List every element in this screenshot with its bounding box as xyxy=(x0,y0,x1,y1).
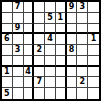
cell-r4c1[interactable]: 6 xyxy=(2,34,13,45)
cell-r8c9[interactable] xyxy=(88,77,99,88)
given-digit: 5 xyxy=(47,14,53,22)
given-digit: 1 xyxy=(4,68,10,76)
cell-r3c6[interactable] xyxy=(56,24,67,35)
given-digit: 2 xyxy=(80,78,86,86)
cell-r6c6[interactable] xyxy=(56,56,67,67)
cell-r5c9[interactable] xyxy=(88,45,99,56)
cell-r3c3[interactable] xyxy=(24,24,35,35)
cell-r7c7[interactable] xyxy=(67,67,78,78)
cell-r6c5[interactable] xyxy=(45,56,56,67)
given-digit: 4 xyxy=(25,68,31,76)
cell-r8c8[interactable]: 2 xyxy=(77,77,88,88)
cell-r9c1[interactable]: 5 xyxy=(2,88,13,99)
cell-r6c3[interactable] xyxy=(24,56,35,67)
cell-r1c6[interactable] xyxy=(56,2,67,13)
cell-r7c5[interactable] xyxy=(45,67,56,78)
cell-r4c7[interactable] xyxy=(67,34,78,45)
cell-r1c9[interactable] xyxy=(88,2,99,13)
cell-r8c7[interactable] xyxy=(67,77,78,88)
cell-r8c1[interactable] xyxy=(2,77,13,88)
cell-r2c4[interactable] xyxy=(34,13,45,24)
given-digit: 6 xyxy=(4,35,10,43)
cell-r8c5[interactable] xyxy=(45,77,56,88)
cell-r3c8[interactable] xyxy=(77,24,88,35)
cell-r5c6[interactable] xyxy=(56,45,67,56)
cell-r4c9[interactable]: 1 xyxy=(88,34,99,45)
cell-r8c4[interactable]: 7 xyxy=(34,77,45,88)
cell-r7c3[interactable]: 4 xyxy=(24,67,35,78)
cell-r6c9[interactable] xyxy=(88,56,99,67)
cell-r9c3[interactable] xyxy=(24,88,35,99)
given-digit: 4 xyxy=(47,35,53,43)
given-digit: 3 xyxy=(80,3,86,11)
given-digit: 7 xyxy=(36,78,42,86)
cell-r4c4[interactable] xyxy=(34,34,45,45)
cell-r6c8[interactable] xyxy=(77,56,88,67)
cell-r9c8[interactable] xyxy=(77,88,88,99)
cell-r2c1[interactable] xyxy=(2,13,13,24)
given-digit: 8 xyxy=(69,46,75,54)
cell-r4c6[interactable] xyxy=(56,34,67,45)
given-digit: 7 xyxy=(15,3,21,11)
cell-r3c5[interactable] xyxy=(45,24,56,35)
cell-r3c1[interactable] xyxy=(2,24,13,35)
given-digit: 3 xyxy=(15,46,21,54)
cell-r9c4[interactable] xyxy=(34,88,45,99)
given-digit: 1 xyxy=(57,14,63,22)
cell-r5c1[interactable] xyxy=(2,45,13,56)
cell-r8c2[interactable] xyxy=(13,77,24,88)
cell-r6c2[interactable] xyxy=(13,56,24,67)
cell-r3c2[interactable]: 9 xyxy=(13,24,24,35)
sudoku-board: 79351964132814725 xyxy=(0,0,101,101)
cell-r2c7[interactable] xyxy=(67,13,78,24)
cell-r1c4[interactable] xyxy=(34,2,45,13)
cell-r8c6[interactable] xyxy=(56,77,67,88)
cell-r1c5[interactable] xyxy=(45,2,56,13)
cell-r1c8[interactable]: 3 xyxy=(77,2,88,13)
cell-r7c2[interactable] xyxy=(13,67,24,78)
cell-r5c2[interactable]: 3 xyxy=(13,45,24,56)
cell-r7c1[interactable]: 1 xyxy=(2,67,13,78)
cell-r9c9[interactable] xyxy=(88,88,99,99)
given-digit: 1 xyxy=(91,35,97,43)
cell-r3c9[interactable] xyxy=(88,24,99,35)
given-digit: 2 xyxy=(36,46,42,54)
cell-r4c2[interactable] xyxy=(13,34,24,45)
cell-r2c8[interactable] xyxy=(77,13,88,24)
cell-r4c3[interactable] xyxy=(24,34,35,45)
cell-r5c8[interactable] xyxy=(77,45,88,56)
cell-r9c7[interactable] xyxy=(67,88,78,99)
cell-r6c4[interactable] xyxy=(34,56,45,67)
cell-r1c7[interactable]: 9 xyxy=(67,2,78,13)
cell-r6c7[interactable] xyxy=(67,56,78,67)
cell-r9c6[interactable] xyxy=(56,88,67,99)
cell-r2c2[interactable] xyxy=(13,13,24,24)
cell-r2c9[interactable] xyxy=(88,13,99,24)
cell-r2c3[interactable] xyxy=(24,13,35,24)
cell-r7c6[interactable] xyxy=(56,67,67,78)
given-digit: 9 xyxy=(15,24,21,32)
cell-r8c3[interactable] xyxy=(24,77,35,88)
cell-r5c5[interactable] xyxy=(45,45,56,56)
cell-r7c9[interactable] xyxy=(88,67,99,78)
cell-r1c1[interactable] xyxy=(2,2,13,13)
cell-r9c5[interactable] xyxy=(45,88,56,99)
cell-r7c8[interactable] xyxy=(77,67,88,78)
cell-r5c3[interactable] xyxy=(24,45,35,56)
cell-r7c4[interactable] xyxy=(34,67,45,78)
cell-r4c5[interactable]: 4 xyxy=(45,34,56,45)
cell-r5c4[interactable]: 2 xyxy=(34,45,45,56)
given-digit: 5 xyxy=(4,90,10,98)
cell-r4c8[interactable] xyxy=(77,34,88,45)
given-digit: 9 xyxy=(69,3,75,11)
cell-r3c4[interactable] xyxy=(34,24,45,35)
cell-r1c3[interactable] xyxy=(24,2,35,13)
cell-r2c6[interactable]: 1 xyxy=(56,13,67,24)
cell-r6c1[interactable] xyxy=(2,56,13,67)
cell-r3c7[interactable] xyxy=(67,24,78,35)
cell-r9c2[interactable] xyxy=(13,88,24,99)
cell-r5c7[interactable]: 8 xyxy=(67,45,78,56)
cell-r1c2[interactable]: 7 xyxy=(13,2,24,13)
cell-r2c5[interactable]: 5 xyxy=(45,13,56,24)
